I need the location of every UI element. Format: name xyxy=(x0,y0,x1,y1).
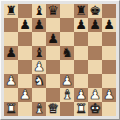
square-e2[interactable]: ♝ xyxy=(60,88,74,102)
square-a1[interactable]: ♜ xyxy=(4,102,18,116)
white-knight[interactable]: ♞ xyxy=(33,74,45,88)
black-pawn[interactable]: ♟ xyxy=(89,18,101,32)
white-king[interactable]: ♚ xyxy=(89,102,101,116)
white-bishop[interactable]: ♝ xyxy=(61,88,73,102)
black-pawn[interactable]: ♟ xyxy=(5,46,17,60)
black-rook[interactable]: ♜ xyxy=(5,4,17,18)
square-d7[interactable] xyxy=(46,18,60,32)
black-pawn[interactable]: ♟ xyxy=(33,18,45,32)
square-d1[interactable]: ♛ xyxy=(46,102,60,116)
square-a8[interactable]: ♜ xyxy=(4,4,18,18)
square-g6[interactable] xyxy=(88,32,102,46)
square-a5[interactable]: ♟ xyxy=(4,46,18,60)
chess-board-frame: ♜♝♛♜♚♟♟♟♟♟♟♟♝♞♟♟♞♟♟♝♟♟♟♜♝♛♜♚ xyxy=(0,0,120,120)
white-pawn[interactable]: ♟ xyxy=(103,88,115,102)
square-a2[interactable] xyxy=(4,88,18,102)
square-g8[interactable]: ♚ xyxy=(88,4,102,18)
black-bishop[interactable]: ♝ xyxy=(33,4,45,18)
square-h5[interactable] xyxy=(102,46,116,60)
square-d6[interactable]: ♟ xyxy=(46,32,60,46)
black-pawn[interactable]: ♟ xyxy=(19,18,31,32)
white-rook[interactable]: ♜ xyxy=(5,102,17,116)
square-c4[interactable]: ♟ xyxy=(32,60,46,74)
square-f2[interactable]: ♟ xyxy=(74,88,88,102)
square-d8[interactable]: ♛ xyxy=(46,4,60,18)
white-pawn[interactable]: ♟ xyxy=(89,88,101,102)
square-e6[interactable] xyxy=(60,32,74,46)
square-e4[interactable] xyxy=(60,60,74,74)
square-b4[interactable] xyxy=(18,60,32,74)
white-rook[interactable]: ♜ xyxy=(75,102,87,116)
square-a3[interactable]: ♟ xyxy=(4,74,18,88)
black-pawn[interactable]: ♟ xyxy=(103,18,115,32)
white-pawn[interactable]: ♟ xyxy=(61,74,73,88)
square-g4[interactable] xyxy=(88,60,102,74)
square-e8[interactable] xyxy=(60,4,74,18)
square-h3[interactable] xyxy=(102,74,116,88)
square-b3[interactable] xyxy=(18,74,32,88)
square-c7[interactable]: ♟ xyxy=(32,18,46,32)
square-f1[interactable]: ♜ xyxy=(74,102,88,116)
square-c8[interactable]: ♝ xyxy=(32,4,46,18)
square-e3[interactable]: ♟ xyxy=(60,74,74,88)
white-bishop[interactable]: ♝ xyxy=(33,102,45,116)
square-h1[interactable] xyxy=(102,102,116,116)
square-b6[interactable] xyxy=(18,32,32,46)
square-h6[interactable] xyxy=(102,32,116,46)
black-knight[interactable]: ♞ xyxy=(61,46,73,60)
square-h4[interactable] xyxy=(102,60,116,74)
square-h7[interactable]: ♟ xyxy=(102,18,116,32)
square-d3[interactable] xyxy=(46,74,60,88)
black-pawn[interactable]: ♟ xyxy=(47,32,59,46)
square-b8[interactable] xyxy=(18,4,32,18)
square-c2[interactable] xyxy=(32,88,46,102)
black-rook[interactable]: ♜ xyxy=(75,4,87,18)
square-e7[interactable] xyxy=(60,18,74,32)
square-d2[interactable] xyxy=(46,88,60,102)
square-c1[interactable]: ♝ xyxy=(32,102,46,116)
square-g2[interactable]: ♟ xyxy=(88,88,102,102)
black-bishop[interactable]: ♝ xyxy=(33,46,45,60)
square-e5[interactable]: ♞ xyxy=(60,46,74,60)
chess-board: ♜♝♛♜♚♟♟♟♟♟♟♟♝♞♟♟♞♟♟♝♟♟♟♜♝♛♜♚ xyxy=(4,4,116,116)
square-g3[interactable] xyxy=(88,74,102,88)
square-d5[interactable] xyxy=(46,46,60,60)
square-g7[interactable]: ♟ xyxy=(88,18,102,32)
square-f3[interactable] xyxy=(74,74,88,88)
square-b1[interactable] xyxy=(18,102,32,116)
square-f4[interactable] xyxy=(74,60,88,74)
square-a6[interactable] xyxy=(4,32,18,46)
square-c5[interactable]: ♝ xyxy=(32,46,46,60)
white-pawn[interactable]: ♟ xyxy=(19,88,31,102)
square-f5[interactable] xyxy=(74,46,88,60)
square-f8[interactable]: ♜ xyxy=(74,4,88,18)
square-h8[interactable] xyxy=(102,4,116,18)
square-d4[interactable] xyxy=(46,60,60,74)
black-king[interactable]: ♚ xyxy=(89,4,101,18)
white-pawn[interactable]: ♟ xyxy=(33,60,45,74)
square-g1[interactable]: ♚ xyxy=(88,102,102,116)
square-e1[interactable] xyxy=(60,102,74,116)
square-b7[interactable]: ♟ xyxy=(18,18,32,32)
square-a4[interactable] xyxy=(4,60,18,74)
square-b2[interactable]: ♟ xyxy=(18,88,32,102)
square-f7[interactable]: ♟ xyxy=(74,18,88,32)
square-f6[interactable] xyxy=(74,32,88,46)
square-c6[interactable] xyxy=(32,32,46,46)
white-queen[interactable]: ♛ xyxy=(47,102,59,116)
white-pawn[interactable]: ♟ xyxy=(5,74,17,88)
square-b5[interactable] xyxy=(18,46,32,60)
square-h2[interactable]: ♟ xyxy=(102,88,116,102)
black-pawn[interactable]: ♟ xyxy=(75,18,87,32)
black-queen[interactable]: ♛ xyxy=(47,4,59,18)
square-a7[interactable] xyxy=(4,18,18,32)
square-c3[interactable]: ♞ xyxy=(32,74,46,88)
square-g5[interactable] xyxy=(88,46,102,60)
white-pawn[interactable]: ♟ xyxy=(75,88,87,102)
